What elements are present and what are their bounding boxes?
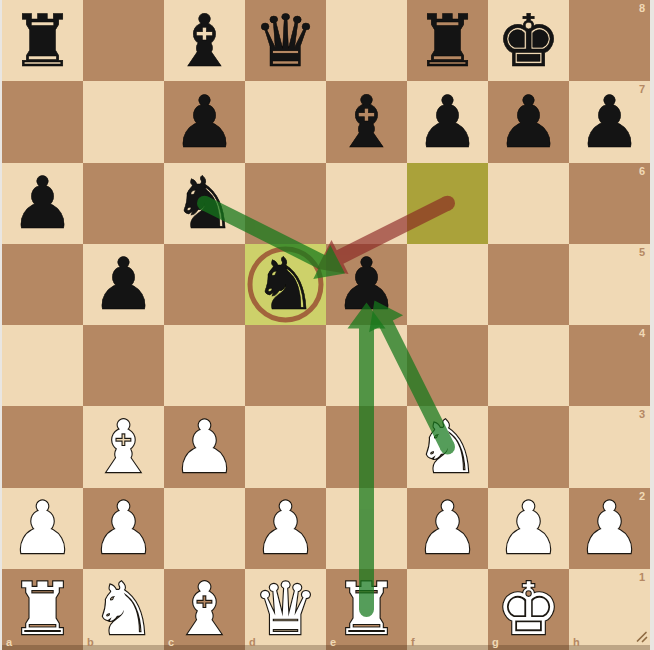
rank-label-2: 2 (639, 491, 645, 502)
square-d2[interactable]: ♟ (245, 488, 326, 569)
white-bishop-c1[interactable]: ♝ (172, 573, 237, 645)
file-label-f: f (411, 637, 415, 648)
black-pawn-b5[interactable]: ♟ (91, 248, 156, 320)
white-knight-f3[interactable]: ♞ (415, 411, 480, 483)
square-c4[interactable] (164, 325, 245, 406)
square-c6[interactable]: ♞ (164, 163, 245, 244)
square-c5[interactable] (164, 244, 245, 325)
square-d3[interactable] (245, 406, 326, 487)
square-f2[interactable]: ♟ (407, 488, 488, 569)
file-label-g: g (492, 637, 499, 648)
square-f5[interactable] (407, 244, 488, 325)
square-b3[interactable]: ♝ (83, 406, 164, 487)
black-pawn-a6[interactable]: ♟ (10, 167, 75, 239)
square-d6[interactable] (245, 163, 326, 244)
square-g7[interactable]: ♟ (488, 81, 569, 162)
rank-label-3: 3 (639, 409, 645, 420)
white-pawn-d2[interactable]: ♟ (253, 492, 318, 564)
square-h6[interactable]: 6 (569, 163, 650, 244)
black-knight-c6[interactable]: ♞ (172, 167, 237, 239)
square-f1[interactable]: f (407, 569, 488, 650)
square-f8[interactable]: ♜ (407, 0, 488, 81)
square-c8[interactable]: ♝ (164, 0, 245, 81)
square-a3[interactable] (2, 406, 83, 487)
square-e3[interactable] (326, 406, 407, 487)
square-h3[interactable]: 3 (569, 406, 650, 487)
square-d7[interactable] (245, 81, 326, 162)
black-queen-d8[interactable]: ♛ (253, 5, 318, 77)
rank-label-5: 5 (639, 247, 645, 258)
square-c7[interactable]: ♟ (164, 81, 245, 162)
square-b6[interactable] (83, 163, 164, 244)
board-resize-handle-icon[interactable] (635, 629, 648, 647)
white-rook-a1[interactable]: ♜ (10, 573, 75, 645)
square-a6[interactable]: ♟ (2, 163, 83, 244)
square-e8[interactable] (326, 0, 407, 81)
file-label-d: d (249, 637, 256, 648)
square-a2[interactable]: ♟ (2, 488, 83, 569)
square-h7[interactable]: 7♟ (569, 81, 650, 162)
white-knight-b1[interactable]: ♞ (91, 573, 156, 645)
file-label-b: b (87, 637, 94, 648)
square-c2[interactable] (164, 488, 245, 569)
black-pawn-c7[interactable]: ♟ (172, 86, 237, 158)
white-bishop-b3[interactable]: ♝ (91, 411, 156, 483)
black-bishop-c8[interactable]: ♝ (172, 5, 237, 77)
black-rook-a8[interactable]: ♜ (10, 5, 75, 77)
white-pawn-c3[interactable]: ♟ (172, 411, 237, 483)
black-rook-f8[interactable]: ♜ (415, 5, 480, 77)
rank-label-6: 6 (639, 166, 645, 177)
white-queen-d1[interactable]: ♛ (253, 573, 318, 645)
square-g4[interactable] (488, 325, 569, 406)
square-h5[interactable]: 5 (569, 244, 650, 325)
square-g1[interactable]: g♚ (488, 569, 569, 650)
black-pawn-g7[interactable]: ♟ (496, 86, 561, 158)
rank-label-4: 4 (639, 328, 645, 339)
rank-label-8: 8 (639, 3, 645, 14)
rank-label-7: 7 (639, 84, 645, 95)
square-e1[interactable]: e♜ (326, 569, 407, 650)
square-b5[interactable]: ♟ (83, 244, 164, 325)
square-e5[interactable]: ♟ (326, 244, 407, 325)
square-g6[interactable] (488, 163, 569, 244)
square-h8[interactable]: 8 (569, 0, 650, 81)
chessboard-stage: ♜♝♛♜♚8♟♝♟♟7♟♟♞6♟♞♟54♝♟♞3♟♟♟♟♟2♟a♜b♞c♝d♛e… (0, 0, 654, 650)
square-g2[interactable]: ♟ (488, 488, 569, 569)
square-a7[interactable] (2, 81, 83, 162)
square-d1[interactable]: d♛ (245, 569, 326, 650)
square-f7[interactable]: ♟ (407, 81, 488, 162)
square-e7[interactable]: ♝ (326, 81, 407, 162)
file-label-c: c (168, 637, 174, 648)
square-f3[interactable]: ♞ (407, 406, 488, 487)
square-g5[interactable] (488, 244, 569, 325)
last-move-highlight-f6 (407, 163, 488, 244)
black-pawn-e5[interactable]: ♟ (334, 248, 399, 320)
white-pawn-b2[interactable]: ♟ (91, 492, 156, 564)
square-f4[interactable] (407, 325, 488, 406)
square-h4[interactable]: 4 (569, 325, 650, 406)
square-b2[interactable]: ♟ (83, 488, 164, 569)
square-b4[interactable] (83, 325, 164, 406)
white-pawn-a2[interactable]: ♟ (10, 492, 75, 564)
rank-label-1: 1 (639, 572, 645, 583)
white-pawn-h2[interactable]: ♟ (577, 492, 642, 564)
square-d4[interactable] (245, 325, 326, 406)
black-pawn-f7[interactable]: ♟ (415, 86, 480, 158)
white-pawn-f2[interactable]: ♟ (415, 492, 480, 564)
black-knight-d5[interactable]: ♞ (253, 248, 318, 320)
square-c1[interactable]: c♝ (164, 569, 245, 650)
square-g8[interactable]: ♚ (488, 0, 569, 81)
black-pawn-h7[interactable]: ♟ (577, 86, 642, 158)
white-pawn-g2[interactable]: ♟ (496, 492, 561, 564)
black-king-g8[interactable]: ♚ (496, 5, 561, 77)
square-f6[interactable] (407, 163, 488, 244)
square-a5[interactable] (2, 244, 83, 325)
square-d5[interactable]: ♞ (245, 244, 326, 325)
square-e6[interactable] (326, 163, 407, 244)
file-label-e: e (330, 637, 336, 648)
white-rook-e1[interactable]: ♜ (334, 573, 399, 645)
square-h2[interactable]: 2♟ (569, 488, 650, 569)
file-label-a: a (6, 637, 12, 648)
square-e2[interactable] (326, 488, 407, 569)
chess-board: ♜♝♛♜♚8♟♝♟♟7♟♟♞6♟♞♟54♝♟♞3♟♟♟♟♟2♟a♜b♞c♝d♛e… (2, 0, 650, 650)
square-b8[interactable] (83, 0, 164, 81)
square-a4[interactable] (2, 325, 83, 406)
square-b7[interactable] (83, 81, 164, 162)
square-b1[interactable]: b♞ (83, 569, 164, 650)
square-e4[interactable] (326, 325, 407, 406)
white-king-g1[interactable]: ♚ (496, 573, 561, 645)
square-g3[interactable] (488, 406, 569, 487)
black-bishop-e7[interactable]: ♝ (334, 86, 399, 158)
square-c3[interactable]: ♟ (164, 406, 245, 487)
square-a1[interactable]: a♜ (2, 569, 83, 650)
file-label-h: h (573, 637, 580, 648)
square-d8[interactable]: ♛ (245, 0, 326, 81)
square-a8[interactable]: ♜ (2, 0, 83, 81)
